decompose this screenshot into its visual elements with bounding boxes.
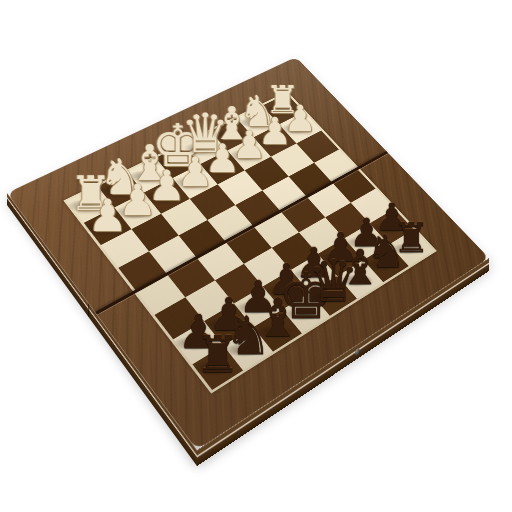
photo-background: ♜♞♝♚♛♝♞♜♟♟♟♟♟♟♟♟♟♟♟♟♟♟♟♟♜♞♝♚♛♝♞♜ <box>0 0 512 512</box>
clasp-pin <box>355 347 359 357</box>
